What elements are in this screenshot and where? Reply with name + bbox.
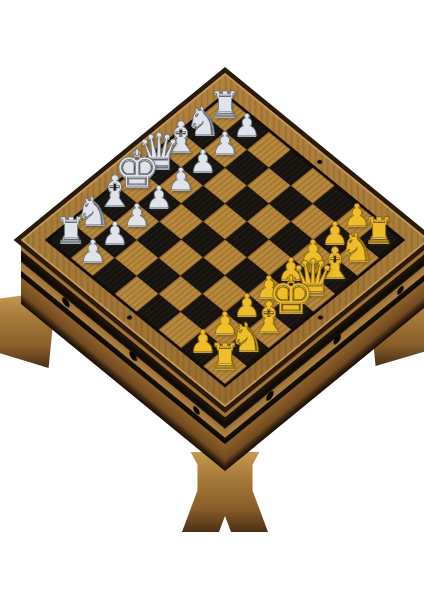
chess-board (14, 67, 424, 413)
chess-set-photo: ♜♞♝♛♚♝♞♜♟♟♟♟♟♟♟♟♟♟♟♟♟♟♟♟♜♞♝♛♚♝♞♜ (0, 0, 424, 600)
